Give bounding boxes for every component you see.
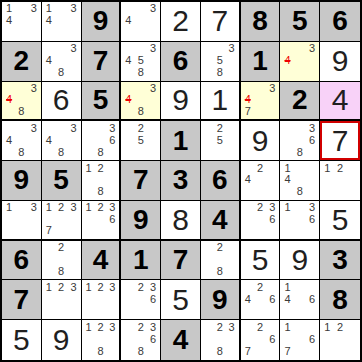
empty-slot (45, 293, 56, 305)
eliminated-candidate-4: 4 (5, 94, 16, 106)
empty-slot (346, 186, 357, 198)
cell-r6c8[interactable]: 136 (280, 201, 320, 241)
empty-slot (45, 43, 56, 55)
cell-r7c1[interactable]: 6 (2, 241, 42, 281)
given-digit: 9 (82, 2, 120, 41)
empty-slot (56, 15, 67, 27)
pencil-marks: 24 (241, 161, 280, 200)
empty-slot (255, 333, 266, 345)
empty-slot (305, 225, 316, 237)
empty-slot (294, 55, 305, 67)
empty-slot (323, 333, 334, 345)
empty-slot (323, 346, 334, 358)
empty-slot (16, 225, 27, 237)
empty-slot (294, 134, 305, 146)
candidate-6: 6 (266, 213, 277, 225)
given-digit: 6 (201, 161, 239, 200)
given-digit: 2 (280, 82, 319, 120)
empty-slot (95, 213, 106, 225)
candidate-5: 5 (135, 55, 146, 67)
cell-r8c2[interactable]: 123 (42, 280, 82, 320)
cell-r5c3[interactable]: 128 (82, 161, 122, 201)
empty-slot (305, 174, 316, 186)
empty-slot (244, 162, 255, 174)
empty-slot (16, 83, 27, 95)
empty-slot (294, 346, 305, 358)
empty-slot (266, 225, 277, 237)
cell-r5c7[interactable]: 24 (241, 161, 281, 201)
empty-slot (135, 15, 146, 27)
cell-r9c2[interactable]: 9 (42, 320, 82, 360)
cell-r5c2[interactable]: 5 (42, 161, 82, 201)
cell-r3c2[interactable]: 6 (42, 82, 82, 122)
cell-r5c9[interactable]: 12 (320, 161, 360, 201)
pencil-marks: 348 (2, 121, 41, 160)
cell-r6c6[interactable]: 4 (201, 201, 241, 241)
empty-slot (255, 186, 266, 198)
pencil-marks: 348 (42, 42, 81, 81)
empty-slot (56, 254, 67, 266)
cell-r9c5[interactable]: 4 (161, 320, 201, 360)
empty-slot (124, 134, 135, 146)
pencil-marks: 146 (280, 280, 319, 319)
empty-slot (124, 106, 135, 118)
cell-r7c7[interactable]: 5 (241, 241, 281, 281)
candidate-8: 8 (95, 146, 106, 158)
empty-slot (255, 293, 266, 305)
cell-r3c1[interactable]: 348 (2, 82, 42, 122)
cell-r7c8[interactable]: 9 (280, 241, 320, 281)
given-digit: 5 (280, 2, 319, 41)
empty-slot (305, 305, 316, 317)
cell-r6c5[interactable]: 8 (161, 201, 201, 241)
candidate-6: 6 (146, 333, 157, 345)
candidate-8: 8 (56, 146, 67, 158)
candidate-8: 8 (56, 266, 67, 278)
empty-slot (244, 305, 255, 317)
cell-r7c2[interactable]: 28 (42, 241, 82, 281)
candidate-1: 1 (5, 202, 16, 214)
given-digit: 7 (2, 280, 41, 319)
cell-r9c3[interactable]: 1238 (82, 320, 122, 360)
empty-slot (27, 27, 38, 39)
empty-slot (305, 162, 316, 174)
cell-r3c6[interactable]: 1 (201, 82, 241, 122)
empty-slot (135, 305, 146, 317)
empty-slot (204, 67, 215, 79)
empty-slot (244, 186, 255, 198)
empty-slot (204, 55, 215, 67)
candidate-6: 6 (106, 213, 117, 225)
solved-digit: 9 (241, 121, 280, 160)
solved-digit: 5 (2, 320, 41, 360)
cell-r1c7[interactable]: 8 (241, 2, 281, 42)
given-digit: 7 (161, 241, 200, 280)
cell-r7c5[interactable]: 7 (161, 241, 201, 281)
candidate-4: 4 (283, 293, 294, 305)
candidate-1: 1 (85, 162, 96, 174)
empty-slot (135, 43, 146, 55)
cell-r2c2[interactable]: 348 (42, 42, 82, 82)
cell-r6c1[interactable]: 13 (2, 201, 42, 241)
empty-slot (346, 174, 357, 186)
empty-slot (305, 186, 316, 198)
empty-slot (106, 174, 117, 186)
cell-r9c6[interactable]: 238 (201, 320, 241, 360)
empty-slot (266, 321, 277, 333)
empty-slot (85, 305, 96, 317)
empty-slot (67, 146, 78, 158)
cell-r2c3[interactable]: 7 (82, 42, 122, 82)
cell-r5c4[interactable]: 7 (121, 161, 161, 201)
cell-r1c4[interactable]: 34 (121, 2, 161, 42)
empty-slot (124, 83, 135, 95)
candidate-3: 3 (146, 83, 157, 95)
candidate-3: 3 (146, 43, 157, 55)
empty-slot (146, 134, 157, 146)
candidate-6: 6 (305, 333, 316, 345)
empty-slot (214, 254, 225, 266)
cell-r6c3[interactable]: 1236 (82, 201, 122, 241)
empty-slot (5, 106, 16, 118)
candidate-3: 3 (67, 122, 78, 134)
candidate-2: 2 (135, 281, 146, 293)
candidate-2: 2 (135, 122, 146, 134)
given-digit: 2 (2, 42, 41, 81)
empty-slot (255, 305, 266, 317)
empty-slot (204, 321, 215, 333)
solved-digit: 5 (161, 280, 200, 319)
empty-slot (146, 305, 157, 317)
given-digit: 1 (241, 42, 280, 81)
pencil-marks: 34 (280, 42, 319, 81)
cell-r6c2[interactable]: 1237 (42, 201, 82, 241)
given-digit: 4 (201, 201, 239, 239)
empty-slot (323, 174, 334, 186)
empty-slot (283, 213, 294, 225)
candidate-2: 2 (214, 122, 225, 134)
candidate-2: 2 (56, 242, 67, 254)
cell-r1c8[interactable]: 5 (280, 2, 320, 42)
cell-r3c3[interactable]: 5 (82, 82, 122, 122)
empty-slot (67, 67, 78, 79)
empty-slot (95, 293, 106, 305)
empty-slot (27, 225, 38, 237)
empty-slot (146, 146, 157, 158)
empty-slot (255, 225, 266, 237)
pencil-marks: 123 (42, 280, 81, 319)
cell-r4c1[interactable]: 348 (2, 121, 42, 161)
cell-r2c5[interactable]: 6 (161, 42, 201, 82)
empty-slot (124, 122, 135, 134)
cell-r1c9[interactable]: 6 (320, 2, 360, 42)
given-digit: 9 (201, 280, 239, 319)
empty-slot (5, 122, 16, 134)
given-digit: 6 (161, 42, 200, 81)
empty-slot (106, 333, 117, 345)
cell-r2c1[interactable]: 2 (2, 42, 42, 82)
candidate-3: 3 (27, 202, 38, 214)
empty-slot (85, 122, 96, 134)
empty-slot (124, 67, 135, 79)
empty-slot (266, 186, 277, 198)
empty-slot (67, 27, 78, 39)
cell-r9c8[interactable]: 167 (280, 320, 320, 360)
cell-r1c5[interactable]: 2 (161, 2, 201, 42)
pencil-marks: 136 (280, 201, 319, 239)
candidate-8: 8 (135, 67, 146, 79)
given-digit: 3 (320, 241, 360, 280)
candidate-2: 2 (334, 321, 345, 333)
candidate-1: 1 (85, 281, 96, 293)
cell-r6c4[interactable]: 9 (121, 201, 161, 241)
candidate-8: 8 (214, 67, 225, 79)
candidate-3: 3 (225, 43, 236, 55)
empty-slot (283, 67, 294, 79)
empty-slot (85, 134, 96, 146)
candidate-8: 8 (95, 186, 106, 198)
selected-cell-r4c9[interactable]: 7 (320, 121, 360, 161)
empty-slot (346, 346, 357, 358)
empty-slot (85, 225, 96, 237)
cell-r9c9[interactable]: 12 (320, 320, 360, 360)
empty-slot (146, 67, 157, 79)
empty-slot (124, 346, 135, 358)
cell-r6c7[interactable]: 236 (241, 201, 281, 241)
cell-r4c3[interactable]: 368 (82, 121, 122, 161)
cell-r4c6[interactable]: 25 (201, 121, 241, 161)
empty-slot (16, 134, 27, 146)
empty-slot (124, 281, 135, 293)
empty-slot (106, 162, 117, 174)
pencil-marks: 236 (121, 280, 160, 319)
given-digit: 7 (121, 161, 160, 200)
cell-r1c6[interactable]: 7 (201, 2, 241, 42)
empty-slot (283, 333, 294, 345)
empty-slot (67, 134, 78, 146)
cell-r4c5[interactable]: 1 (161, 121, 201, 161)
empty-slot (85, 186, 96, 198)
cell-r7c4[interactable]: 1 (121, 241, 161, 281)
empty-slot (135, 333, 146, 345)
empty-slot (204, 134, 215, 146)
given-digit: 8 (241, 2, 280, 41)
cell-r2c7[interactable]: 1 (241, 42, 281, 82)
candidate-6: 6 (266, 293, 277, 305)
empty-slot (124, 27, 135, 39)
empty-slot (124, 293, 135, 305)
given-digit: 5 (82, 82, 120, 120)
empty-slot (67, 254, 78, 266)
given-digit: 1 (161, 121, 200, 160)
cell-r1c3[interactable]: 9 (82, 2, 122, 42)
cell-r4c2[interactable]: 348 (42, 121, 82, 161)
candidate-1: 1 (283, 202, 294, 214)
empty-slot (283, 122, 294, 134)
empty-slot (106, 346, 117, 358)
cell-r4c8[interactable]: 368 (280, 121, 320, 161)
pencil-marks: 236 (241, 201, 280, 239)
empty-slot (225, 55, 236, 67)
candidate-6: 6 (305, 293, 316, 305)
empty-slot (85, 346, 96, 358)
candidate-2: 2 (95, 321, 106, 333)
empty-slot (204, 266, 215, 278)
candidate-5: 5 (214, 134, 225, 146)
cell-r3c8[interactable]: 2 (280, 82, 320, 122)
cell-r8c9[interactable]: 8 (320, 280, 360, 320)
candidate-1: 1 (283, 162, 294, 174)
cell-r3c9[interactable]: 4 (320, 82, 360, 122)
empty-slot (283, 146, 294, 158)
empty-slot (45, 254, 56, 266)
empty-slot (95, 134, 106, 146)
empty-slot (255, 94, 266, 106)
cell-r8c1[interactable]: 7 (2, 280, 42, 320)
cell-r5c1[interactable]: 9 (2, 161, 42, 201)
empty-slot (294, 43, 305, 55)
candidate-4: 4 (244, 174, 255, 186)
empty-slot (85, 146, 96, 158)
candidate-3: 3 (106, 281, 117, 293)
cell-r7c9[interactable]: 3 (320, 241, 360, 281)
cell-r4c7[interactable]: 9 (241, 121, 281, 161)
empty-slot (45, 242, 56, 254)
empty-slot (27, 146, 38, 158)
empty-slot (305, 346, 316, 358)
empty-slot (255, 83, 266, 95)
solved-digit: 8 (161, 201, 200, 239)
candidate-2: 2 (95, 281, 106, 293)
candidate-3: 3 (305, 122, 316, 134)
cell-r9c4[interactable]: 2368 (121, 320, 161, 360)
empty-slot (45, 146, 56, 158)
candidate-2: 2 (334, 162, 345, 174)
cell-r3c5[interactable]: 9 (161, 82, 201, 122)
cell-r2c9[interactable]: 9 (320, 42, 360, 82)
pencil-marks: 348 (42, 121, 81, 160)
cell-r1c1[interactable]: 134 (2, 2, 42, 42)
empty-slot (106, 146, 117, 158)
pencil-marks: 1238 (82, 320, 120, 360)
cell-r3c7[interactable]: 347 (241, 82, 281, 122)
cell-r4c4[interactable]: 25 (121, 121, 161, 161)
cell-r2c6[interactable]: 358 (201, 42, 241, 82)
empty-slot (5, 83, 16, 95)
empty-slot (16, 27, 27, 39)
candidate-2: 2 (214, 242, 225, 254)
empty-slot (135, 293, 146, 305)
empty-slot (334, 174, 345, 186)
empty-slot (124, 3, 135, 15)
given-digit: 6 (2, 241, 41, 280)
empty-slot (5, 213, 16, 225)
empty-slot (225, 122, 236, 134)
candidate-4: 4 (244, 293, 255, 305)
cell-r8c6[interactable]: 9 (201, 280, 241, 320)
cell-r6c9[interactable]: 5 (320, 201, 360, 241)
cell-r2c8[interactable]: 34 (280, 42, 320, 82)
eliminated-candidate-4: 4 (124, 94, 135, 106)
cell-r8c3[interactable]: 123 (82, 280, 122, 320)
empty-slot (266, 162, 277, 174)
cell-r7c6[interactable]: 28 (201, 241, 241, 281)
empty-slot (85, 333, 96, 345)
empty-slot (135, 27, 146, 39)
pencil-marks: 267 (241, 320, 280, 360)
candidate-7: 7 (45, 225, 56, 237)
empty-slot (244, 213, 255, 225)
empty-slot (56, 3, 67, 15)
empty-slot (334, 346, 345, 358)
empty-slot (266, 174, 277, 186)
candidate-1: 1 (85, 202, 96, 214)
pencil-marks: 28 (201, 241, 239, 280)
empty-slot (214, 333, 225, 345)
empty-slot (85, 174, 96, 186)
empty-slot (266, 94, 277, 106)
pencil-marks: 28 (42, 241, 81, 280)
empty-slot (225, 67, 236, 79)
candidate-3: 3 (67, 281, 78, 293)
empty-slot (56, 43, 67, 55)
empty-slot (56, 293, 67, 305)
cell-r8c7[interactable]: 246 (241, 280, 281, 320)
candidate-3: 3 (146, 3, 157, 15)
candidate-8: 8 (214, 346, 225, 358)
pencil-marks: 12 (320, 320, 360, 360)
empty-slot (45, 305, 56, 317)
cell-r5c8[interactable]: 148 (280, 161, 320, 201)
cell-r8c8[interactable]: 146 (280, 280, 320, 320)
empty-slot (5, 27, 16, 39)
empty-slot (67, 293, 78, 305)
empty-slot (5, 146, 16, 158)
cell-r9c7[interactable]: 267 (241, 320, 281, 360)
cell-r5c6[interactable]: 6 (201, 161, 241, 201)
empty-slot (305, 281, 316, 293)
candidate-8: 8 (16, 106, 27, 118)
cell-r8c4[interactable]: 236 (121, 280, 161, 320)
cell-r2c4[interactable]: 3458 (121, 42, 161, 82)
empty-slot (67, 15, 78, 27)
pencil-marks: 123 (82, 280, 120, 319)
pencil-marks: 134 (42, 2, 81, 41)
given-digit: 6 (320, 2, 360, 41)
empty-slot (305, 67, 316, 79)
cell-r7c3[interactable]: 4 (82, 241, 122, 281)
cell-r9c1[interactable]: 5 (2, 320, 42, 360)
candidate-4: 4 (5, 134, 16, 146)
cell-r8c5[interactable]: 5 (161, 280, 201, 320)
empty-slot (56, 55, 67, 67)
pencil-marks: 347 (241, 82, 280, 120)
cell-r3c4[interactable]: 348 (121, 82, 161, 122)
empty-slot (204, 346, 215, 358)
pencil-marks: 12 (320, 161, 360, 200)
given-digit: 4 (82, 241, 120, 280)
candidate-6: 6 (305, 134, 316, 146)
empty-slot (16, 122, 27, 134)
empty-slot (283, 43, 294, 55)
empty-slot (27, 15, 38, 27)
empty-slot (56, 122, 67, 134)
pencil-marks: 238 (201, 320, 239, 360)
cell-r1c2[interactable]: 134 (42, 2, 82, 42)
empty-slot (45, 67, 56, 79)
candidate-1: 1 (45, 3, 56, 15)
cell-r5c5[interactable]: 3 (161, 161, 201, 201)
